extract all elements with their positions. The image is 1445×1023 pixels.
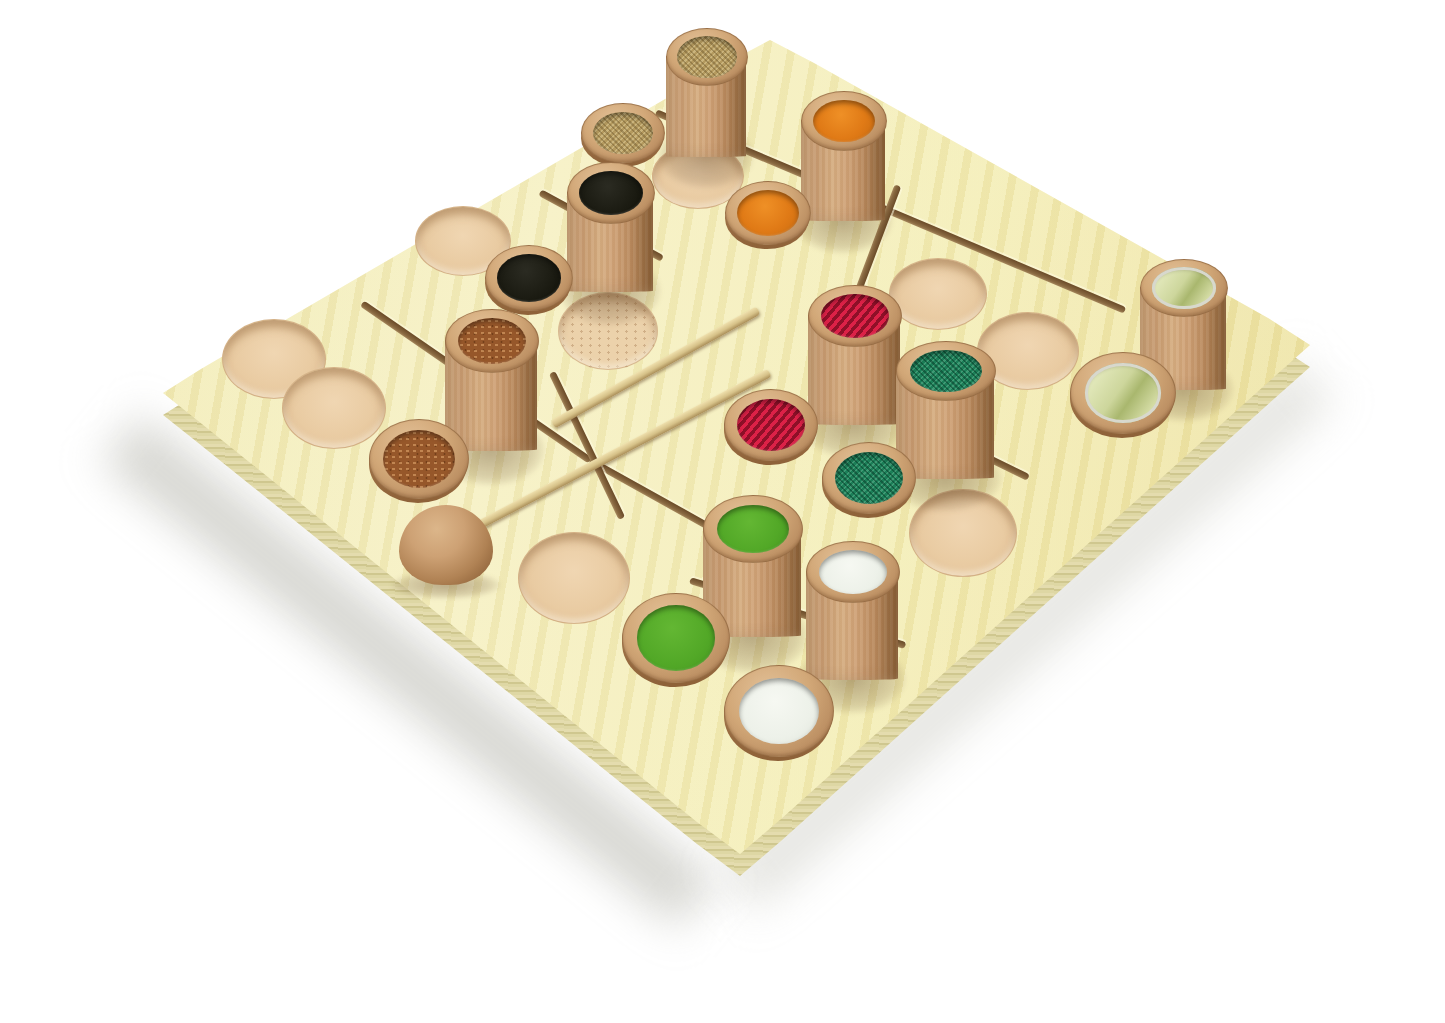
cylinder-top-rim <box>801 91 887 151</box>
recess <box>518 532 630 624</box>
piece-cylinder-jute[interactable] <box>666 28 746 157</box>
texture-inset-mirror <box>1085 363 1162 422</box>
cylinder-top-rim <box>567 162 655 224</box>
piece-disc-white[interactable] <box>724 665 834 757</box>
cylinder-top-rim <box>806 541 900 603</box>
cylinder-top-rim <box>1140 259 1228 317</box>
texture-inset-cork <box>383 430 456 488</box>
piece-disc-green_weave[interactable] <box>822 442 916 514</box>
texture-inset-mirror <box>1152 267 1216 308</box>
piece-disc-green[interactable] <box>622 593 730 683</box>
recess <box>282 367 386 449</box>
texture-inset-jute <box>677 36 736 77</box>
texture-inset-white <box>819 550 887 594</box>
texture-inset-orange <box>737 190 799 236</box>
photo-stage <box>0 0 1445 1023</box>
texture-inset-red_cord <box>821 294 889 338</box>
piece-disc-jute[interactable] <box>581 103 665 163</box>
texture-inset-green <box>637 605 715 670</box>
cylinder-top-rim <box>666 28 748 86</box>
texture-inset-green_weave <box>835 452 903 504</box>
texture-inset-red_cord <box>737 399 805 451</box>
piece-cylinder-white[interactable] <box>806 541 898 680</box>
cylinder-top-rim <box>808 285 902 347</box>
piece-disc-red_cord[interactable] <box>724 389 818 461</box>
piece-cylinder-orange[interactable] <box>801 91 885 221</box>
texture-inset-black_felt <box>497 254 561 301</box>
cylinder-top-rim <box>445 309 539 373</box>
texture-inset-cork <box>458 318 526 364</box>
piece-cylinder-black_felt[interactable] <box>567 162 653 292</box>
piece-disc-black_felt[interactable] <box>485 245 573 311</box>
texture-inset-green_weave <box>910 350 983 393</box>
texture-inset-white <box>739 678 819 745</box>
piece-cylinder-cork[interactable] <box>445 309 537 451</box>
recess <box>889 258 987 330</box>
cylinder-top-rim <box>896 341 996 401</box>
piece-disc-orange[interactable] <box>725 181 811 245</box>
piece-cylinder-red_cord[interactable] <box>808 285 900 425</box>
texture-inset-jute <box>593 112 654 155</box>
piece-cylinder-green_weave[interactable] <box>896 341 994 479</box>
texture-inset-orange <box>813 100 875 143</box>
piece-disc-mirror[interactable] <box>1070 352 1176 434</box>
texture-inset-green <box>717 505 790 554</box>
piece-disc-cork[interactable] <box>369 419 469 499</box>
texture-inset-black_felt <box>579 171 643 215</box>
cylinder-top-rim <box>703 495 803 563</box>
